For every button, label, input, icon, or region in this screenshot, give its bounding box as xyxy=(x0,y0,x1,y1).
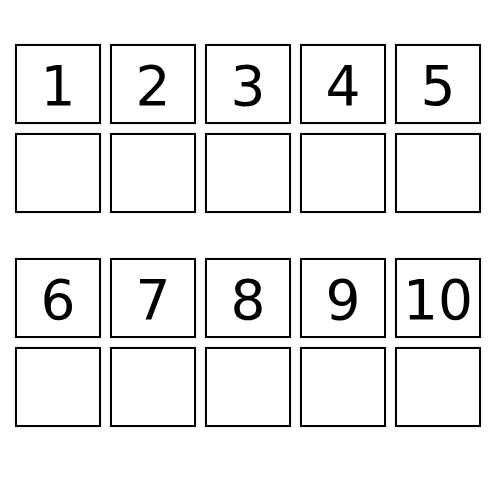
answer-box-3[interactable] xyxy=(205,133,291,213)
answer-box-10[interactable] xyxy=(395,347,481,427)
number-card-6[interactable]: 6 xyxy=(15,258,101,338)
answer-box-1[interactable] xyxy=(15,133,101,213)
worksheet: 1 2 3 4 5 6 7 8 9 10 xyxy=(0,0,500,500)
number-card-5[interactable]: 5 xyxy=(395,44,481,124)
answer-box-5[interactable] xyxy=(395,133,481,213)
answer-box-4[interactable] xyxy=(300,133,386,213)
answer-box-9[interactable] xyxy=(300,347,386,427)
answer-box-2[interactable] xyxy=(110,133,196,213)
number-card-7[interactable]: 7 xyxy=(110,258,196,338)
number-card-10[interactable]: 10 xyxy=(395,258,481,338)
number-card-4[interactable]: 4 xyxy=(300,44,386,124)
answer-box-7[interactable] xyxy=(110,347,196,427)
card-group-2: 6 7 8 9 10 xyxy=(15,258,500,427)
number-card-8[interactable]: 8 xyxy=(205,258,291,338)
answer-box-6[interactable] xyxy=(15,347,101,427)
card-group-1: 1 2 3 4 5 xyxy=(15,0,500,213)
number-card-2[interactable]: 2 xyxy=(110,44,196,124)
answer-box-8[interactable] xyxy=(205,347,291,427)
number-card-1[interactable]: 1 xyxy=(15,44,101,124)
number-card-3[interactable]: 3 xyxy=(205,44,291,124)
number-card-9[interactable]: 9 xyxy=(300,258,386,338)
